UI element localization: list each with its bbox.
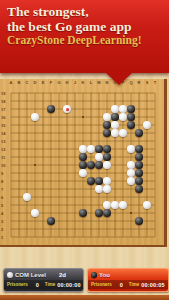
black-stone-R3 <box>135 217 142 224</box>
you-prisoners-label: Prisoners <box>91 282 112 287</box>
com-player-label: COM Level <box>15 272 46 278</box>
white-stone-O17 <box>111 105 118 112</box>
you-time-value: 00:00:05 <box>141 282 165 288</box>
black-stone-M4 <box>95 209 102 216</box>
row-label-13: 13 <box>1 139 8 144</box>
white-stone-M7 <box>95 185 102 192</box>
black-stone-N15 <box>103 121 110 128</box>
com-time-label: Time <box>45 282 55 287</box>
row-label-16: 16 <box>1 115 8 120</box>
column-label-S: S <box>143 80 151 85</box>
white-stone-N8 <box>103 177 110 184</box>
column-label-D: D <box>31 80 39 85</box>
column-label-K: K <box>79 80 87 85</box>
white-stone-N7 <box>103 185 110 192</box>
row-label-9: 9 <box>1 171 8 176</box>
column-label-B: B <box>15 80 23 85</box>
white-stone-D16 <box>31 113 38 120</box>
column-label-C: C <box>23 80 31 85</box>
column-label-M: M <box>95 80 103 85</box>
star-point <box>130 212 132 214</box>
black-stone-R11 <box>135 153 142 160</box>
white-stone-P5 <box>119 201 126 208</box>
black-stone-M12 <box>95 145 102 152</box>
you-player-panel: You Prisoners 0 Time 00:00:05 <box>87 268 169 292</box>
row-label-10: 10 <box>1 163 8 168</box>
column-label-H: H <box>63 80 71 85</box>
white-stone-P16 <box>119 113 126 120</box>
black-stone-Q17 <box>127 105 134 112</box>
com-panel-top-row: COM Level 2d <box>4 269 83 280</box>
white-stone-N16 <box>103 113 110 120</box>
black-stone-F3 <box>47 217 54 224</box>
black-stone-R12 <box>135 145 142 152</box>
column-label-G: G <box>55 80 63 85</box>
black-stone-Q16 <box>127 113 134 120</box>
white-stone-N5 <box>103 201 110 208</box>
black-stone-K4 <box>79 209 86 216</box>
row-label-8: 8 <box>1 179 8 184</box>
black-stone-O16 <box>111 113 118 120</box>
black-stone-M8 <box>95 177 102 184</box>
white-stone-L12 <box>87 145 94 152</box>
com-prisoners-count: 0 <box>36 282 39 288</box>
black-stone-K11 <box>79 153 86 160</box>
white-stone-P14 <box>119 129 126 136</box>
star-point <box>34 164 36 166</box>
black-stone-R10 <box>135 161 142 168</box>
you-player-label: You <box>99 272 110 278</box>
white-stone-D4 <box>31 209 38 216</box>
column-label-J: J <box>71 80 79 85</box>
black-stone-N12 <box>103 145 110 152</box>
black-stone-L8 <box>87 177 94 184</box>
com-player-panel: COM Level 2d Prisoners 0 Time 00:00:00 <box>3 268 84 292</box>
you-prisoners-count: 0 <box>120 282 123 288</box>
black-stone-F17 <box>47 105 54 112</box>
com-panel-stats-row: Prisoners 0 Time 00:00:00 <box>4 280 83 289</box>
column-label-F: F <box>47 80 55 85</box>
row-label-6: 6 <box>1 195 8 200</box>
white-stone-K9 <box>79 169 86 176</box>
column-label-E: E <box>39 80 47 85</box>
row-label-3: 3 <box>1 219 8 224</box>
row-label-4: 4 <box>1 211 8 216</box>
row-label-17: 17 <box>1 107 8 112</box>
row-label-2: 2 <box>1 227 8 232</box>
row-label-18: 18 <box>1 99 8 104</box>
banner-speech-tail <box>106 73 132 85</box>
white-stone-P17 <box>119 105 126 112</box>
white-stone-M11 <box>95 153 102 160</box>
white-stone-Q9 <box>127 169 134 176</box>
row-label-15: 15 <box>1 123 8 128</box>
you-panel-top-row: You <box>88 269 168 280</box>
banner-line-3: CrazyStone DeepLearning! <box>0 34 169 47</box>
row-label-7: 7 <box>1 187 8 192</box>
white-stone-K12 <box>79 145 86 152</box>
white-stone-Q10 <box>127 161 134 168</box>
white-stone-O14 <box>111 129 118 136</box>
row-label-14: 14 <box>1 131 8 136</box>
crazystone-app: The strongest, the best Go game app Craz… <box>0 0 169 300</box>
black-stone-N4 <box>103 209 110 216</box>
white-stone-C6 <box>23 193 30 200</box>
bottom-wood-edge <box>0 295 169 300</box>
black-stone-Q15 <box>127 121 134 128</box>
column-label-A: A <box>7 80 15 85</box>
banner-line-2: the best Go game app <box>0 20 169 35</box>
you-panel-stats-row: Prisoners 0 Time 00:00:05 <box>88 280 168 289</box>
promo-banner: The strongest, the best Go game app Craz… <box>0 0 169 73</box>
last-move-marker <box>66 108 69 111</box>
black-stone-icon <box>91 272 97 278</box>
star-point <box>82 116 84 118</box>
row-label-1: 1 <box>1 235 8 240</box>
row-label-5: 5 <box>1 203 8 208</box>
black-stone-N11 <box>103 153 110 160</box>
white-stone-N10 <box>103 161 110 168</box>
row-label-11: 11 <box>1 155 8 160</box>
go-board[interactable]: ABCDEFGHJKLMNOPQRST191817161514131211109… <box>0 79 167 247</box>
white-stone-Q8 <box>127 177 134 184</box>
white-stone-O5 <box>111 201 118 208</box>
black-stone-L10 <box>87 161 94 168</box>
banner-line-1: The strongest, <box>0 0 169 20</box>
row-label-19: 19 <box>1 91 8 96</box>
black-stone-M10 <box>95 161 102 168</box>
white-stone-S5 <box>143 201 150 208</box>
column-label-L: L <box>87 80 95 85</box>
white-stone-O15 <box>111 121 118 128</box>
com-prisoners-label: Prisoners <box>7 282 28 287</box>
white-stone-S15 <box>143 121 150 128</box>
you-time-label: Time <box>129 282 139 287</box>
row-label-12: 12 <box>1 147 8 152</box>
black-stone-N14 <box>103 129 110 136</box>
black-stone-R14 <box>135 129 142 136</box>
black-stone-R8 <box>135 177 142 184</box>
column-label-T: T <box>151 80 159 85</box>
com-rank: 2d <box>59 272 80 278</box>
column-label-R: R <box>135 80 143 85</box>
black-stone-R7 <box>135 185 142 192</box>
white-stone-Q12 <box>127 145 134 152</box>
com-time-value: 00:00:00 <box>57 282 81 288</box>
black-stone-R9 <box>135 169 142 176</box>
black-stone-K10 <box>79 161 86 168</box>
white-stone-icon <box>7 272 13 278</box>
